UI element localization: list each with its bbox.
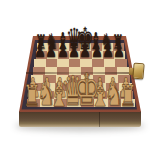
piece-glyph: ♜ [119, 80, 136, 110]
piece-glyph: ♟ [57, 40, 69, 61]
piece-glyph: ♟ [91, 40, 103, 61]
piece-glyph: ♟ [113, 40, 125, 61]
piece-glyph: ♟ [79, 40, 91, 61]
chess-set-photo: ♜♞♝♛♚♝♞♜♟♟♟♟♟♟♟♟♟♟♟♟♟♟♟♟♜♞♝♛♚♝♞♜ [0, 0, 160, 160]
piece-glyph: ♟ [45, 40, 57, 61]
pieces-layer: ♜♞♝♛♚♝♞♜♟♟♟♟♟♟♟♟♟♟♟♟♟♟♟♟♜♞♝♛♚♝♞♜ [0, 0, 160, 160]
